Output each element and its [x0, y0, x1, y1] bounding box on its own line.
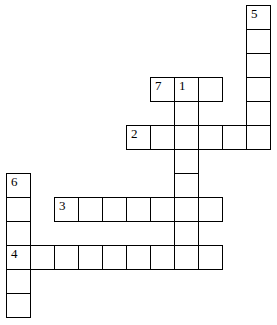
crossword-board: 5712634: [6, 5, 270, 317]
crossword-cell[interactable]: [6, 221, 31, 246]
crossword-cell[interactable]: [150, 197, 175, 222]
crossword-cell[interactable]: [102, 197, 127, 222]
crossword-cell[interactable]: [198, 197, 223, 222]
crossword-cell[interactable]: [246, 101, 271, 126]
crossword-cell[interactable]: [150, 245, 175, 270]
crossword-cell[interactable]: [198, 125, 223, 150]
clue-number: 4: [11, 248, 18, 260]
crossword-cell[interactable]: [174, 173, 199, 198]
crossword-cell[interactable]: [30, 245, 55, 270]
crossword-cell[interactable]: [222, 125, 247, 150]
crossword-cell[interactable]: [174, 125, 199, 150]
clue-number: 1: [179, 80, 186, 92]
crossword-cell[interactable]: [246, 29, 271, 54]
crossword-cell[interactable]: 2: [126, 125, 151, 150]
crossword-cell[interactable]: [246, 53, 271, 78]
crossword-cell[interactable]: [174, 245, 199, 270]
clue-number: 2: [131, 128, 138, 140]
clue-number: 5: [251, 8, 258, 20]
crossword-cell[interactable]: [54, 245, 79, 270]
clue-number: 6: [11, 176, 18, 188]
crossword-cell[interactable]: 3: [54, 197, 79, 222]
crossword-cell[interactable]: 7: [150, 77, 175, 102]
crossword-cell[interactable]: [198, 77, 223, 102]
crossword-cell[interactable]: [6, 269, 31, 294]
crossword-cell[interactable]: [6, 197, 31, 222]
crossword-cell[interactable]: [78, 197, 103, 222]
crossword-cell[interactable]: [150, 125, 175, 150]
crossword-cell[interactable]: [174, 221, 199, 246]
crossword-cell[interactable]: 4: [6, 245, 31, 270]
crossword-cell[interactable]: [126, 245, 151, 270]
crossword-cell[interactable]: [174, 197, 199, 222]
crossword-cell[interactable]: 1: [174, 77, 199, 102]
crossword-cell[interactable]: [174, 149, 199, 174]
crossword-cell[interactable]: [126, 197, 151, 222]
clue-number: 3: [59, 200, 66, 212]
crossword-cell[interactable]: [246, 125, 271, 150]
crossword-cell[interactable]: [78, 245, 103, 270]
crossword-cell[interactable]: [102, 245, 127, 270]
clue-number: 7: [155, 80, 162, 92]
crossword-cell[interactable]: [246, 77, 271, 102]
crossword-cell[interactable]: [174, 101, 199, 126]
crossword-cell[interactable]: 5: [246, 5, 271, 30]
crossword-cell[interactable]: [198, 245, 223, 270]
crossword-cell[interactable]: 6: [6, 173, 31, 198]
crossword-cell[interactable]: [6, 293, 31, 318]
